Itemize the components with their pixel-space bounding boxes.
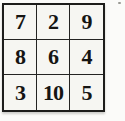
magic-square-diagram: 7 2 9 8 6 4 3 10 5 (2, 3, 105, 112)
magic-square-board: 7 2 9 8 6 4 3 10 5 (2, 3, 105, 112)
cell-r1c1: 7 (4, 5, 37, 40)
cell-r3c1: 3 (4, 75, 37, 110)
cell-r1c2: 2 (37, 5, 70, 40)
cell-r2c2: 6 (37, 40, 70, 75)
cell-r2c3: 4 (70, 40, 103, 75)
cell-r2c1: 8 (4, 40, 37, 75)
cell-r3c2: 10 (37, 75, 70, 110)
cell-r3c3: 5 (70, 75, 103, 110)
cell-r1c3: 9 (70, 5, 103, 40)
scan-speck (118, 2, 121, 4)
